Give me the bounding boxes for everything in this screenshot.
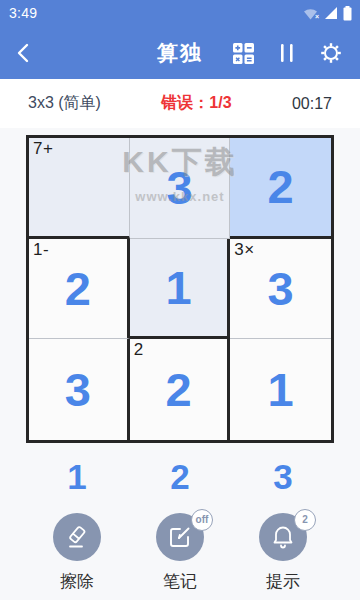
cage-label: 3× xyxy=(234,240,254,260)
cell-value: 1 xyxy=(268,366,294,413)
cell-value: 2 xyxy=(165,366,191,413)
back-button[interactable] xyxy=(0,26,46,79)
kenken-board: 7+321-213×33221 xyxy=(26,135,334,443)
cell-value: 1 xyxy=(165,264,191,311)
erase-label: 擦除 xyxy=(60,570,94,593)
notes-circle: off xyxy=(156,513,204,561)
number-pad: 1 2 3 xyxy=(0,458,360,497)
bell-icon xyxy=(270,524,296,550)
number-button-2[interactable]: 2 xyxy=(130,458,230,497)
cage-label: 7+ xyxy=(33,139,53,159)
wifi-off-icon: × xyxy=(303,6,320,20)
status-bar: 3:49 × xyxy=(0,0,360,26)
cell-value: 2 xyxy=(268,163,294,210)
board-cell-r1c0[interactable]: 1-2 xyxy=(29,239,130,340)
board-cell-r2c2[interactable]: 1 xyxy=(230,339,331,440)
calc-grid-icon xyxy=(232,42,255,64)
cage-label: 2 xyxy=(134,340,144,360)
pause-icon xyxy=(280,43,294,63)
settings-button[interactable] xyxy=(314,33,348,73)
notes-button[interactable]: off 笔记 xyxy=(130,513,230,593)
board-cell-r2c0[interactable]: 3 xyxy=(29,339,130,440)
notes-icon xyxy=(167,524,193,550)
number-button-1[interactable]: 1 xyxy=(27,458,127,497)
toolbar: 擦除 off 笔记 2 提示 xyxy=(0,513,360,593)
board-cell-r0c0[interactable]: 7+ xyxy=(29,138,130,239)
app-bar: 算独 xyxy=(0,26,360,79)
hint-button[interactable]: 2 提示 xyxy=(233,513,333,593)
back-icon xyxy=(17,43,29,63)
new-game-button[interactable] xyxy=(226,33,260,73)
cell-value: 2 xyxy=(65,265,91,312)
svg-text:×: × xyxy=(315,13,319,20)
hint-circle: 2 xyxy=(259,513,307,561)
erase-button[interactable]: 擦除 xyxy=(27,513,127,593)
appbar-actions xyxy=(226,33,360,73)
number-button-3[interactable]: 3 xyxy=(233,458,333,497)
board-cell-r1c1[interactable]: 1 xyxy=(130,239,231,340)
cell-value: 3 xyxy=(268,265,294,312)
app-screen: 3:49 × 算独 xyxy=(0,0,360,600)
board-cell-r0c1[interactable]: 3 xyxy=(130,138,231,239)
board-cell-r0c2[interactable]: 2 xyxy=(230,138,331,239)
difficulty-label: 3x3 (简单) xyxy=(28,93,101,114)
cell-value: 3 xyxy=(65,366,91,413)
clock: 3:49 xyxy=(9,5,37,21)
board-cell-r2c1[interactable]: 22 xyxy=(130,339,231,440)
pause-button[interactable] xyxy=(270,33,304,73)
board-cell-r1c2[interactable]: 3×3 xyxy=(230,239,331,340)
notes-label: 笔记 xyxy=(163,570,197,593)
error-counter: 错误：1/3 xyxy=(161,93,231,114)
eraser-icon xyxy=(64,524,90,550)
board-wrap: 7+321-213×33221 xyxy=(26,135,334,443)
hint-label: 提示 xyxy=(266,570,300,593)
signal-icon xyxy=(324,6,339,20)
status-icons: × xyxy=(303,6,352,21)
timer: 00:17 xyxy=(292,95,332,113)
battery-icon xyxy=(343,6,352,21)
cell-value: 3 xyxy=(166,164,192,211)
hint-badge: 2 xyxy=(294,509,316,531)
notes-badge: off xyxy=(191,509,213,531)
cage-label: 1- xyxy=(33,240,49,260)
info-bar: 3x3 (简单) 错误：1/3 00:17 xyxy=(0,79,360,128)
erase-circle xyxy=(53,513,101,561)
settings-gear-icon xyxy=(320,42,342,64)
